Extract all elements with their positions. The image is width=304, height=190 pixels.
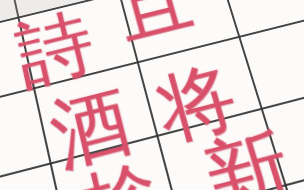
- calligraphy-photo: 詩 且 酒 将 趁 新: [0, 0, 304, 190]
- practice-sheet-paper: 詩 且 酒 将 趁 新: [0, 0, 304, 190]
